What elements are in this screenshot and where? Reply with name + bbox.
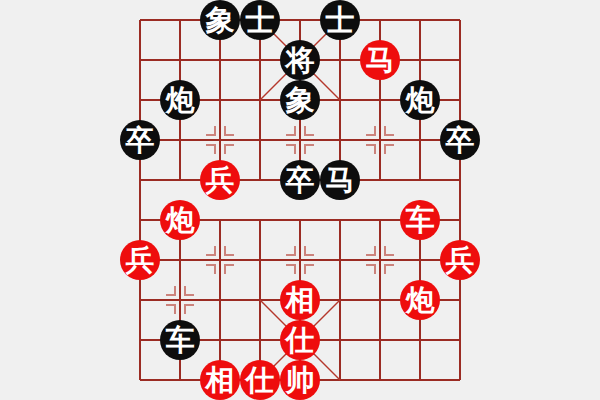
piece-black-soldier[interactable]: 卒: [280, 160, 320, 200]
piece-black-general[interactable]: 将: [280, 40, 320, 80]
piece-black-cannon[interactable]: 炮: [160, 80, 200, 120]
piece-black-cannon[interactable]: 炮: [400, 80, 440, 120]
piece-red-cannon[interactable]: 炮: [160, 200, 200, 240]
piece-red-chariot[interactable]: 车: [400, 200, 440, 240]
piece-red-soldier[interactable]: 兵: [200, 160, 240, 200]
piece-red-elephant[interactable]: 相: [280, 280, 320, 320]
pieces-layer: 象士士将马炮象炮卒卒兵卒马炮车兵兵相炮车仕相仕帅: [0, 0, 600, 400]
xiangqi-board-screenshot: 象士士将马炮象炮卒卒兵卒马炮车兵兵相炮车仕相仕帅: [0, 0, 600, 400]
piece-red-soldier[interactable]: 兵: [120, 240, 160, 280]
piece-black-advisor[interactable]: 士: [240, 0, 280, 40]
piece-black-soldier[interactable]: 卒: [440, 120, 480, 160]
piece-black-chariot[interactable]: 车: [160, 320, 200, 360]
piece-red-horse[interactable]: 马: [360, 40, 400, 80]
piece-red-general[interactable]: 帅: [280, 360, 320, 400]
piece-black-elephant[interactable]: 象: [280, 80, 320, 120]
piece-red-soldier[interactable]: 兵: [440, 240, 480, 280]
piece-red-advisor[interactable]: 仕: [280, 320, 320, 360]
piece-black-soldier[interactable]: 卒: [120, 120, 160, 160]
piece-black-elephant[interactable]: 象: [200, 0, 240, 40]
piece-red-advisor[interactable]: 仕: [240, 360, 280, 400]
piece-black-horse[interactable]: 马: [320, 160, 360, 200]
piece-red-elephant[interactable]: 相: [200, 360, 240, 400]
piece-red-cannon[interactable]: 炮: [400, 280, 440, 320]
piece-black-advisor[interactable]: 士: [320, 0, 360, 40]
